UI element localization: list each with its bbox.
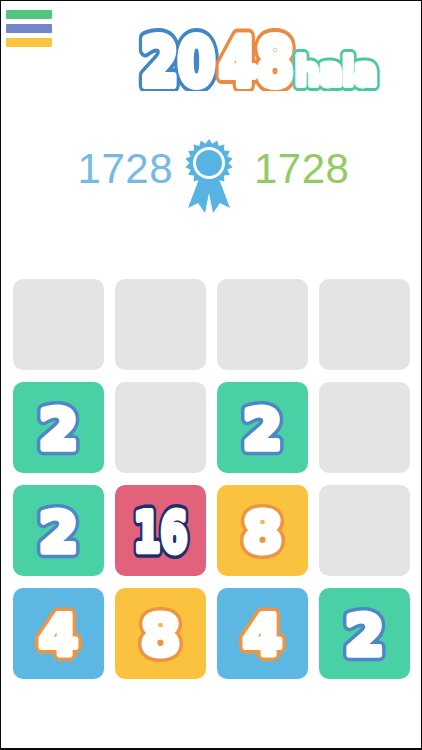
tile-number-4: 44	[13, 588, 104, 679]
cell-r4c4-tile-2: 22	[319, 588, 410, 679]
svg-text:2: 2	[345, 602, 384, 667]
game-board[interactable]: 22222216168844884422	[13, 279, 410, 679]
cell-r3c1-tile-2: 22	[13, 485, 104, 576]
cell-r1c1-empty	[13, 279, 104, 370]
cell-r3c4-empty	[319, 485, 410, 576]
menu-bar	[6, 10, 52, 19]
app-screen: 20 48 hala 20 48 hala 1728 1728 22222216…	[0, 0, 422, 750]
tile-number-4: 44	[217, 588, 308, 679]
hamburger-menu-icon	[6, 10, 52, 47]
tile-number-2: 22	[13, 485, 104, 576]
svg-text:8: 8	[243, 499, 282, 564]
tile-number-2: 22	[217, 382, 308, 473]
svg-text:2: 2	[39, 396, 78, 461]
cell-r4c3-tile-4: 44	[217, 588, 308, 679]
cell-r2c1-tile-2: 22	[13, 382, 104, 473]
rosette-center	[196, 150, 222, 176]
svg-text:2: 2	[243, 396, 282, 461]
cell-r1c4-empty	[319, 279, 410, 370]
tile-number-8: 88	[115, 588, 206, 679]
menu-bar	[6, 38, 52, 47]
ribbon-shape	[185, 139, 232, 213]
menu-button[interactable]	[6, 10, 52, 52]
svg-text:2: 2	[39, 499, 78, 564]
tile-number-16: 1616	[115, 485, 206, 576]
score-value: 1728	[53, 148, 173, 190]
svg-text:16: 16	[134, 499, 188, 564]
cell-r2c2-empty	[115, 382, 206, 473]
cell-r3c2-tile-16: 1616	[115, 485, 206, 576]
cell-r2c4-empty	[319, 382, 410, 473]
menu-bar	[6, 24, 52, 33]
best-score-value: 1728	[254, 148, 374, 190]
tile-number-2: 22	[13, 382, 104, 473]
title-digits-20-fill: 20	[141, 24, 215, 91]
svg-text:4: 4	[39, 602, 78, 667]
cell-r4c1-tile-4: 44	[13, 588, 104, 679]
svg-text:4: 4	[243, 602, 282, 667]
award-ribbon-icon	[184, 134, 234, 214]
title-hala-fill: hala	[295, 49, 377, 91]
app-title: 20 48 hala 20 48 hala	[131, 21, 391, 91]
cell-r2c3-tile-2: 22	[217, 382, 308, 473]
cell-r1c2-empty	[115, 279, 206, 370]
cell-r1c3-empty	[217, 279, 308, 370]
title-digits-48-fill: 48	[220, 24, 294, 91]
cell-r4c2-tile-8: 88	[115, 588, 206, 679]
tile-number-8: 88	[217, 485, 308, 576]
cell-r3c3-tile-8: 88	[217, 485, 308, 576]
svg-text:8: 8	[141, 602, 180, 667]
tile-number-2: 22	[319, 588, 410, 679]
